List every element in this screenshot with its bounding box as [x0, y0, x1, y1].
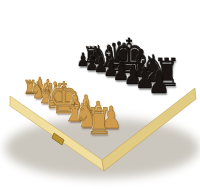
- box-underlay: [0, 0, 200, 189]
- chess-set-product-photo: ♜♞♝♛♚♝♞♜♟♟♟♟♟♟♟♟♟♟♟♟♟♟♟♟♜♞♝♛♚♝♞♜: [0, 0, 200, 189]
